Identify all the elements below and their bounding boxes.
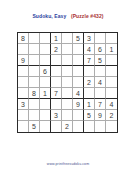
sudoku-cell-r5c2[interactable]: [29, 77, 40, 88]
sudoku-cell-r3c1[interactable]: 9: [18, 55, 29, 66]
sudoku-cell-r8c6[interactable]: [73, 110, 84, 121]
sudoku-cell-r4c7[interactable]: [84, 66, 95, 77]
sudoku-cell-r3c7[interactable]: 7: [84, 55, 95, 66]
printable-sudoku-page: Sudoku, Easy (Puzzle #432) 8153246197562…: [0, 0, 136, 176]
sudoku-cell-r5c8[interactable]: 4: [95, 77, 106, 88]
sudoku-cell-r1c4[interactable]: 1: [51, 33, 62, 44]
sudoku-cell-r6c4[interactable]: 7: [51, 88, 62, 99]
sudoku-cell-r9c2[interactable]: 5: [29, 121, 40, 132]
sudoku-cell-r7c7[interactable]: 1: [84, 99, 95, 110]
sudoku-cell-r2c1[interactable]: [18, 44, 29, 55]
sudoku-cell-r3c8[interactable]: 5: [95, 55, 106, 66]
sudoku-cell-r9c5[interactable]: 2: [62, 121, 73, 132]
sudoku-cell-r8c1[interactable]: [18, 110, 29, 121]
sudoku-cell-r4c6[interactable]: [73, 66, 84, 77]
sudoku-cell-r8c7[interactable]: 5: [84, 110, 95, 121]
sudoku-cell-r6c8[interactable]: [95, 88, 106, 99]
sudoku-cell-r5c9[interactable]: [106, 77, 117, 88]
sudoku-cell-r3c5[interactable]: [62, 55, 73, 66]
sudoku-cell-r3c4[interactable]: [51, 55, 62, 66]
sudoku-cell-r5c3[interactable]: [40, 77, 51, 88]
sudoku-cell-r6c5[interactable]: [62, 88, 73, 99]
sudoku-cell-r1c2[interactable]: [29, 33, 40, 44]
sudoku-cell-r7c8[interactable]: 7: [95, 99, 106, 110]
sudoku-cell-r4c5[interactable]: [62, 66, 73, 77]
sudoku-cell-r2c9[interactable]: 1: [106, 44, 117, 55]
sudoku-cell-r1c7[interactable]: 3: [84, 33, 95, 44]
sudoku-cell-r2c8[interactable]: 6: [95, 44, 106, 55]
puzzle-title-number: (Puzzle #432): [71, 13, 104, 19]
sudoku-cell-r7c6[interactable]: 9: [73, 99, 84, 110]
sudoku-cell-r2c7[interactable]: 4: [84, 44, 95, 55]
sudoku-cell-r5c1[interactable]: [18, 77, 29, 88]
sudoku-cell-r7c4[interactable]: [51, 99, 62, 110]
sudoku-cell-r5c7[interactable]: 2: [84, 77, 95, 88]
sudoku-cell-r9c1[interactable]: [18, 121, 29, 132]
sudoku-cell-r2c5[interactable]: [62, 44, 73, 55]
sudoku-cell-r6c2[interactable]: 8: [29, 88, 40, 99]
sudoku-cell-r3c6[interactable]: [73, 55, 84, 66]
sudoku-cell-r4c8[interactable]: [95, 66, 106, 77]
sudoku-cell-r8c8[interactable]: 9: [95, 110, 106, 121]
sudoku-cell-r1c3[interactable]: [40, 33, 51, 44]
sudoku-cell-r7c2[interactable]: [29, 99, 40, 110]
sudoku-cell-r2c6[interactable]: [73, 44, 84, 55]
sudoku-cell-r9c7[interactable]: [84, 121, 95, 132]
sudoku-cell-r6c1[interactable]: [18, 88, 29, 99]
sudoku-cell-r7c3[interactable]: [40, 99, 51, 110]
sudoku-cell-r1c5[interactable]: [62, 33, 73, 44]
sudoku-cell-r8c5[interactable]: [62, 110, 73, 121]
sudoku-board: 81532461975624817439174359252: [17, 32, 118, 133]
sudoku-cell-r1c8[interactable]: [95, 33, 106, 44]
sudoku-cell-r7c1[interactable]: 3: [18, 99, 29, 110]
sudoku-cell-r9c8[interactable]: [95, 121, 106, 132]
sudoku-cell-r3c9[interactable]: [106, 55, 117, 66]
sudoku-cell-r2c3[interactable]: [40, 44, 51, 55]
sudoku-cell-r9c3[interactable]: [40, 121, 51, 132]
sudoku-cell-r4c4[interactable]: [51, 66, 62, 77]
sudoku-cell-r9c9[interactable]: [106, 121, 117, 132]
sudoku-cell-r4c2[interactable]: [29, 66, 40, 77]
footer-url[interactable]: www.printfreesudoku.com: [0, 162, 136, 166]
sudoku-cell-r4c9[interactable]: [106, 66, 117, 77]
sudoku-cell-r1c9[interactable]: [106, 33, 117, 44]
puzzle-title: Sudoku, Easy (Puzzle #432): [0, 13, 136, 19]
sudoku-cell-r1c6[interactable]: 5: [73, 33, 84, 44]
sudoku-cell-r8c2[interactable]: [29, 110, 40, 121]
sudoku-cell-r6c6[interactable]: 4: [73, 88, 84, 99]
sudoku-cell-r8c3[interactable]: [40, 110, 51, 121]
sudoku-cell-r3c3[interactable]: [40, 55, 51, 66]
sudoku-cell-r2c4[interactable]: 2: [51, 44, 62, 55]
sudoku-cell-r4c3[interactable]: 6: [40, 66, 51, 77]
sudoku-cell-r8c4[interactable]: 3: [51, 110, 62, 121]
sudoku-cell-r8c9[interactable]: 2: [106, 110, 117, 121]
sudoku-cell-r3c2[interactable]: [29, 55, 40, 66]
puzzle-title-main: Sudoku, Easy: [32, 13, 66, 19]
sudoku-cell-r5c5[interactable]: [62, 77, 73, 88]
sudoku-cell-r6c9[interactable]: [106, 88, 117, 99]
sudoku-cell-r5c4[interactable]: [51, 77, 62, 88]
sudoku-cell-r4c1[interactable]: [18, 66, 29, 77]
sudoku-cell-r2c2[interactable]: [29, 44, 40, 55]
sudoku-cell-r1c1[interactable]: 8: [18, 33, 29, 44]
sudoku-cell-r9c6[interactable]: [73, 121, 84, 132]
sudoku-cell-r9c4[interactable]: [51, 121, 62, 132]
sudoku-cell-r7c5[interactable]: [62, 99, 73, 110]
sudoku-cell-r6c3[interactable]: 1: [40, 88, 51, 99]
sudoku-cell-r7c9[interactable]: 4: [106, 99, 117, 110]
sudoku-cell-r6c7[interactable]: [84, 88, 95, 99]
sudoku-cell-r5c6[interactable]: [73, 77, 84, 88]
